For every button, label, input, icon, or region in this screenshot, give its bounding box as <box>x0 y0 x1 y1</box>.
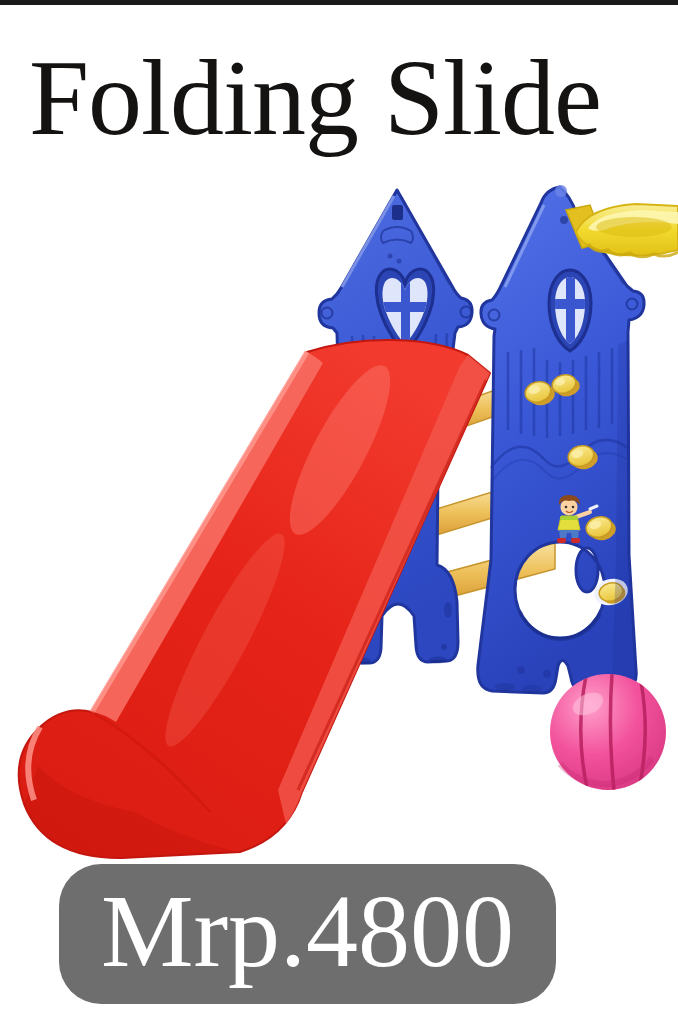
price-badge: Mrp.4800 <box>59 864 556 1004</box>
back-tower-panel <box>478 185 644 693</box>
price-text: Mrp.4800 <box>101 871 514 990</box>
play-ball <box>550 674 666 790</box>
